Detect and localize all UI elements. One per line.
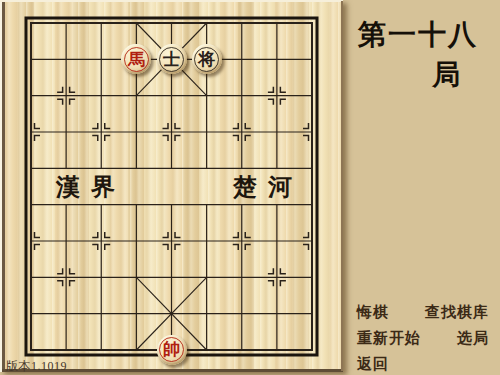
piece-red-general[interactable]: 帥 xyxy=(157,335,187,365)
piece-black-general[interactable]: 将 xyxy=(192,44,222,74)
piece-black-advisor[interactable]: 士 xyxy=(157,44,187,74)
version-label: 版本1.1019 xyxy=(6,358,67,375)
panel-bevel-left-dark xyxy=(2,2,5,370)
menu-row-3: 返回 xyxy=(357,355,489,374)
river-label-hanjie: 漢界 xyxy=(56,171,126,203)
xiangqi-board[interactable]: 漢界 楚河 馬士将帥 版本1.1019 xyxy=(0,0,343,372)
menu-item-undo-move[interactable]: 悔棋 xyxy=(357,303,389,322)
menu-item-restart[interactable]: 重新开始 xyxy=(357,329,421,348)
game-title-line1: 第一十八 xyxy=(352,16,484,54)
menu-row-1: 悔棋 查找棋库 xyxy=(357,303,489,322)
app-window: 漢界 楚河 馬士将帥 版本1.1019 第一十八 局 悔棋 查找棋库 重新开始 … xyxy=(0,0,500,375)
river-label-chuhe: 楚河 xyxy=(233,171,303,203)
menu: 悔棋 查找棋库 重新开始 选局 返回 xyxy=(357,303,489,375)
piece-char: 馬 xyxy=(128,50,145,67)
menu-row-2: 重新开始 选局 xyxy=(357,329,489,348)
game-title: 第一十八 局 xyxy=(352,16,484,94)
game-title-line2: 局 xyxy=(352,56,484,94)
panel-bevel-right-dark xyxy=(341,1,343,371)
panel-bevel-top-light xyxy=(0,0,343,2)
menu-item-return[interactable]: 返回 xyxy=(357,355,389,374)
piece-char: 士 xyxy=(163,50,180,67)
piece-char: 帥 xyxy=(163,341,180,358)
menu-item-search-library[interactable]: 查找棋库 xyxy=(425,303,489,322)
piece-char: 将 xyxy=(198,50,215,67)
menu-item-select-game[interactable]: 选局 xyxy=(457,329,489,348)
